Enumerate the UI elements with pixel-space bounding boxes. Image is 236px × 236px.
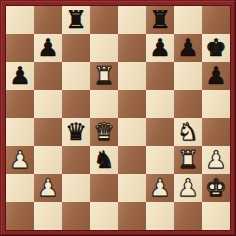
square-e7[interactable] [118, 34, 146, 62]
square-g3[interactable]: ♜ [174, 146, 202, 174]
square-e1[interactable] [118, 202, 146, 230]
square-c5[interactable] [62, 90, 90, 118]
chess-board: ♜♜♟♟♟♚♟♜♟♛♛♞♟♞♜♟♟♟♟♚ [6, 6, 230, 230]
square-c3[interactable] [62, 146, 90, 174]
white-knight-piece: ♞ [177, 118, 199, 146]
square-e2[interactable] [118, 174, 146, 202]
square-a2[interactable] [6, 174, 34, 202]
square-g4[interactable]: ♞ [174, 118, 202, 146]
square-d3[interactable]: ♞ [90, 146, 118, 174]
square-a4[interactable] [6, 118, 34, 146]
square-h1[interactable] [202, 202, 230, 230]
white-pawn-piece: ♟ [149, 174, 171, 202]
black-pawn-piece: ♟ [149, 34, 171, 62]
square-f2[interactable]: ♟ [146, 174, 174, 202]
square-b7[interactable]: ♟ [34, 34, 62, 62]
black-pawn-piece: ♟ [205, 62, 227, 90]
white-rook-piece: ♜ [93, 62, 115, 90]
square-f6[interactable] [146, 62, 174, 90]
square-a5[interactable] [6, 90, 34, 118]
board-frame: ♜♜♟♟♟♚♟♜♟♛♛♞♟♞♜♟♟♟♟♚ [0, 0, 236, 236]
square-h3[interactable]: ♟ [202, 146, 230, 174]
square-d5[interactable] [90, 90, 118, 118]
square-e4[interactable] [118, 118, 146, 146]
square-f7[interactable]: ♟ [146, 34, 174, 62]
square-c6[interactable] [62, 62, 90, 90]
square-f1[interactable] [146, 202, 174, 230]
square-b3[interactable] [34, 146, 62, 174]
black-king-piece: ♚ [205, 34, 227, 62]
black-pawn-piece: ♟ [177, 34, 199, 62]
square-b6[interactable] [34, 62, 62, 90]
square-c2[interactable] [62, 174, 90, 202]
square-b4[interactable] [34, 118, 62, 146]
square-d8[interactable] [90, 6, 118, 34]
square-c7[interactable] [62, 34, 90, 62]
white-rook-piece: ♜ [177, 146, 199, 174]
square-g5[interactable] [174, 90, 202, 118]
square-c8[interactable]: ♜ [62, 6, 90, 34]
square-h7[interactable]: ♚ [202, 34, 230, 62]
black-rook-piece: ♜ [149, 6, 171, 34]
square-h5[interactable] [202, 90, 230, 118]
square-f4[interactable] [146, 118, 174, 146]
square-g2[interactable]: ♟ [174, 174, 202, 202]
black-queen-piece: ♛ [65, 118, 87, 146]
black-rook-piece: ♜ [65, 6, 87, 34]
black-pawn-piece: ♟ [37, 34, 59, 62]
square-b2[interactable]: ♟ [34, 174, 62, 202]
square-a8[interactable] [6, 6, 34, 34]
square-e3[interactable] [118, 146, 146, 174]
square-d6[interactable]: ♜ [90, 62, 118, 90]
square-f8[interactable]: ♜ [146, 6, 174, 34]
square-b8[interactable] [34, 6, 62, 34]
square-g1[interactable] [174, 202, 202, 230]
white-pawn-piece: ♟ [177, 174, 199, 202]
square-e8[interactable] [118, 6, 146, 34]
square-d2[interactable] [90, 174, 118, 202]
square-h8[interactable] [202, 6, 230, 34]
square-h6[interactable]: ♟ [202, 62, 230, 90]
square-a6[interactable]: ♟ [6, 62, 34, 90]
white-pawn-piece: ♟ [205, 146, 227, 174]
square-e6[interactable] [118, 62, 146, 90]
square-c4[interactable]: ♛ [62, 118, 90, 146]
white-queen-piece: ♛ [93, 118, 115, 146]
square-h4[interactable] [202, 118, 230, 146]
square-d7[interactable] [90, 34, 118, 62]
white-pawn-piece: ♟ [37, 174, 59, 202]
square-g6[interactable] [174, 62, 202, 90]
square-b5[interactable] [34, 90, 62, 118]
square-d1[interactable] [90, 202, 118, 230]
square-g8[interactable] [174, 6, 202, 34]
square-e5[interactable] [118, 90, 146, 118]
square-a1[interactable] [6, 202, 34, 230]
square-b1[interactable] [34, 202, 62, 230]
black-knight-piece: ♞ [93, 146, 115, 174]
black-pawn-piece: ♟ [9, 62, 31, 90]
square-h2[interactable]: ♚ [202, 174, 230, 202]
square-g7[interactable]: ♟ [174, 34, 202, 62]
square-f5[interactable] [146, 90, 174, 118]
white-pawn-piece: ♟ [9, 146, 31, 174]
square-d4[interactable]: ♛ [90, 118, 118, 146]
square-a3[interactable]: ♟ [6, 146, 34, 174]
square-c1[interactable] [62, 202, 90, 230]
white-king-piece: ♚ [205, 174, 227, 202]
square-f3[interactable] [146, 146, 174, 174]
square-a7[interactable] [6, 34, 34, 62]
